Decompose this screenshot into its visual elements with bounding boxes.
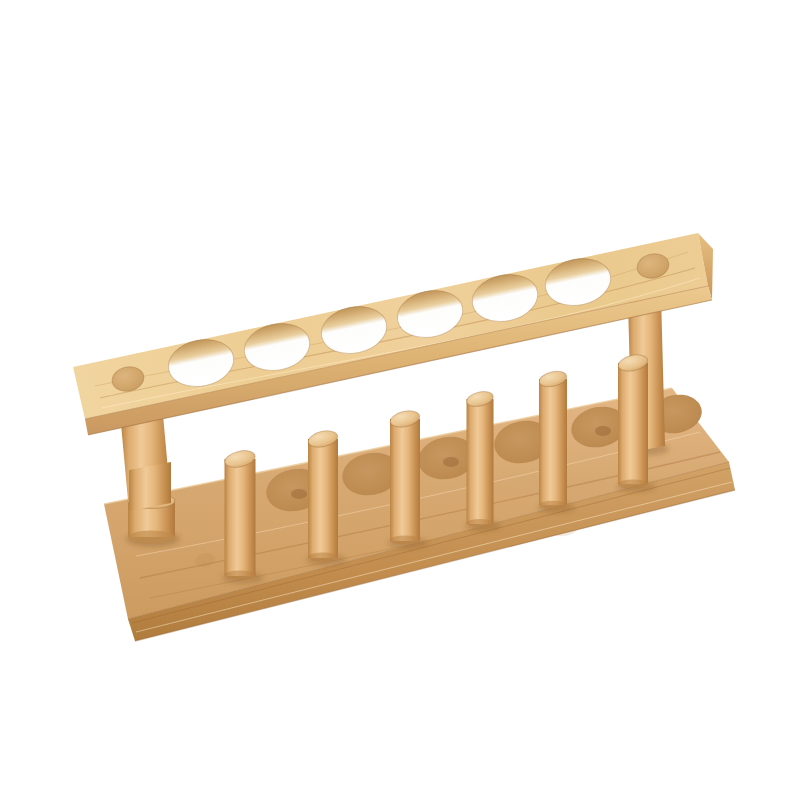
product-photo xyxy=(0,0,800,800)
drying-peg xyxy=(618,363,648,484)
collar-bottom xyxy=(128,531,175,544)
drying-peg xyxy=(467,399,494,524)
test-tube-rack-illustration xyxy=(0,0,800,800)
recess-drill-mark xyxy=(291,489,307,499)
peg-base xyxy=(225,571,256,580)
drying-peg xyxy=(308,439,338,558)
drying-peg xyxy=(225,459,256,576)
drying-peg xyxy=(539,379,567,505)
recess-drill-mark xyxy=(595,426,611,436)
peg-base xyxy=(390,536,420,545)
support-post-left-lower xyxy=(129,462,171,511)
peg-base xyxy=(618,480,648,489)
peg-base xyxy=(467,519,494,527)
peg-base xyxy=(539,501,567,510)
recess-drill-mark xyxy=(443,457,459,467)
drying-peg xyxy=(390,419,420,541)
peg-base xyxy=(308,553,338,562)
